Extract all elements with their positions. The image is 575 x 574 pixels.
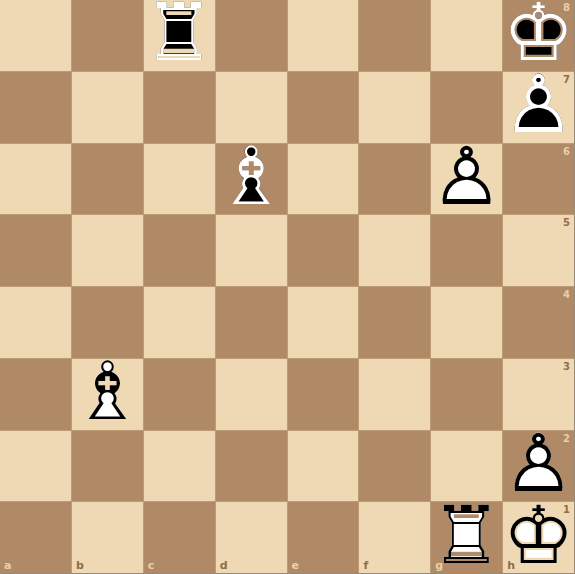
rank-label-2: 2 (563, 433, 570, 444)
black-bishop-outline-icon: ♗ (216, 142, 287, 213)
square-a7[interactable] (0, 72, 71, 143)
square-d6[interactable]: ♝♗ (216, 144, 287, 215)
square-b4[interactable] (72, 287, 143, 358)
square-a4[interactable] (0, 287, 71, 358)
white-bishop-outline-icon: ♗ (72, 357, 143, 428)
file-label-b: b (76, 560, 84, 572)
square-a8[interactable] (0, 0, 71, 71)
black-bishop-icon: ♝ (216, 142, 287, 213)
white-pawn-icon: ♟ (431, 142, 502, 213)
file-label-e: e (292, 560, 299, 572)
black-rook-outline-icon: ♖ (144, 0, 215, 69)
square-f5[interactable] (359, 215, 430, 286)
square-d2[interactable] (216, 431, 287, 502)
square-h5[interactable]: 5 (503, 215, 574, 286)
square-f6[interactable] (359, 144, 430, 215)
square-c4[interactable] (144, 287, 215, 358)
file-label-d: d (220, 560, 228, 572)
square-f1[interactable]: f (359, 502, 430, 573)
square-b8[interactable] (72, 0, 143, 71)
rank-label-8: 8 (563, 2, 570, 13)
white-pawn-outline-icon: ♙ (431, 142, 502, 213)
piece-black-bishop[interactable]: ♝♗ (216, 144, 287, 215)
square-e3[interactable] (288, 359, 359, 430)
square-h3[interactable]: 3 (503, 359, 574, 430)
square-g7[interactable] (431, 72, 502, 143)
rank-label-4: 4 (563, 289, 570, 300)
file-label-c: c (148, 560, 155, 572)
square-b3[interactable]: ♝♗ (72, 359, 143, 430)
square-e2[interactable] (288, 431, 359, 502)
rank-label-3: 3 (563, 361, 570, 372)
square-d5[interactable] (216, 215, 287, 286)
square-g2[interactable] (431, 431, 502, 502)
square-a3[interactable] (0, 359, 71, 430)
square-e8[interactable] (288, 0, 359, 71)
square-h8[interactable]: ♚♔8 (503, 0, 574, 71)
square-h6[interactable]: 6 (503, 144, 574, 215)
square-d8[interactable] (216, 0, 287, 71)
square-g4[interactable] (431, 287, 502, 358)
piece-white-bishop[interactable]: ♝♗ (72, 359, 143, 430)
square-h2[interactable]: ♟♙2 (503, 431, 574, 502)
square-c6[interactable] (144, 144, 215, 215)
square-f7[interactable] (359, 72, 430, 143)
square-b1[interactable]: b (72, 502, 143, 573)
rank-label-1: 1 (563, 504, 570, 515)
square-c8[interactable]: ♜♖ (144, 0, 215, 71)
rank-label-7: 7 (563, 74, 570, 85)
square-h1[interactable]: ♚♔1h (503, 502, 574, 573)
white-bishop-icon: ♝ (72, 357, 143, 428)
square-g6[interactable]: ♟♙ (431, 144, 502, 215)
square-d3[interactable] (216, 359, 287, 430)
square-b5[interactable] (72, 215, 143, 286)
black-rook-icon: ♜ (144, 0, 215, 69)
square-g5[interactable] (431, 215, 502, 286)
square-a5[interactable] (0, 215, 71, 286)
square-e6[interactable] (288, 144, 359, 215)
square-h7[interactable]: ♟♙7 (503, 72, 574, 143)
square-e5[interactable] (288, 215, 359, 286)
square-c1[interactable]: c (144, 502, 215, 573)
square-d7[interactable] (216, 72, 287, 143)
file-label-a: a (4, 560, 11, 572)
file-label-f: f (363, 560, 368, 572)
file-label-g: g (435, 560, 443, 572)
square-h4[interactable]: 4 (503, 287, 574, 358)
square-e7[interactable] (288, 72, 359, 143)
square-b6[interactable] (72, 144, 143, 215)
chess-board: ♜♖♚♔8♟♙7♝♗♟♙654♝♗3♟♙2abcdef♜♖g♚♔1h (0, 0, 575, 574)
rank-label-5: 5 (563, 217, 570, 228)
square-g3[interactable] (431, 359, 502, 430)
square-c3[interactable] (144, 359, 215, 430)
file-label-h: h (507, 560, 515, 572)
square-d4[interactable] (216, 287, 287, 358)
piece-black-rook[interactable]: ♜♖ (144, 0, 215, 71)
square-f2[interactable] (359, 431, 430, 502)
square-d1[interactable]: d (216, 502, 287, 573)
square-a2[interactable] (0, 431, 71, 502)
rank-label-6: 6 (563, 146, 570, 157)
square-f8[interactable] (359, 0, 430, 71)
square-b7[interactable] (72, 72, 143, 143)
square-a6[interactable] (0, 144, 71, 215)
square-e1[interactable]: e (288, 502, 359, 573)
square-f4[interactable] (359, 287, 430, 358)
square-b2[interactable] (72, 431, 143, 502)
square-c7[interactable] (144, 72, 215, 143)
square-e4[interactable] (288, 287, 359, 358)
piece-white-pawn[interactable]: ♟♙ (431, 144, 502, 215)
square-c2[interactable] (144, 431, 215, 502)
square-g8[interactable] (431, 0, 502, 71)
square-f3[interactable] (359, 359, 430, 430)
square-c5[interactable] (144, 215, 215, 286)
square-g1[interactable]: ♜♖g (431, 502, 502, 573)
square-a1[interactable]: a (0, 502, 71, 573)
